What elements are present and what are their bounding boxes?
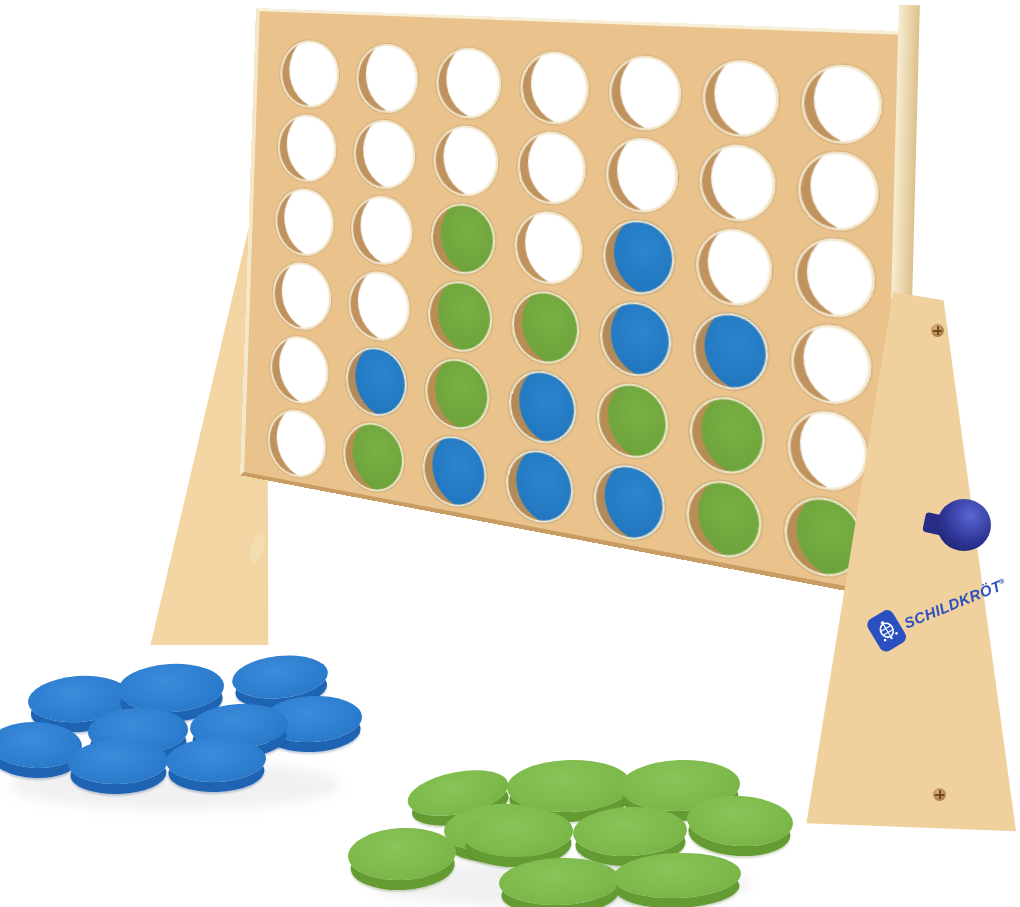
empty-hole-r2c7 [796, 148, 879, 233]
blue-piece-r5c2 [344, 343, 407, 421]
green-piece-r5c6 [688, 391, 766, 478]
green-piece-r3c3 [429, 200, 496, 277]
empty-hole-r5c7 [786, 405, 869, 495]
empty-hole-r2c5 [604, 135, 679, 215]
empty-hole-r1c2 [355, 42, 419, 114]
empty-hole-r2c1 [276, 112, 337, 184]
green-piece-r6c2 [342, 417, 405, 496]
empty-hole-r3c6 [694, 225, 773, 309]
empty-hole-r1c1 [279, 39, 340, 109]
empty-hole-r2c4 [516, 129, 587, 207]
empty-hole-r3c4 [513, 208, 584, 287]
empty-hole-r1c6 [701, 58, 780, 139]
blue-piece-r6c4 [504, 444, 574, 528]
empty-hole-r3c7 [792, 234, 875, 321]
blue-piece-r6c5 [592, 459, 666, 545]
empty-hole-r2c2 [352, 117, 416, 191]
green-piece-r4c4 [510, 287, 580, 368]
empty-hole-r1c5 [607, 54, 682, 132]
empty-hole-r4c1 [271, 259, 331, 333]
blue-piece-r4c5 [598, 297, 672, 380]
blue-piece-r5c4 [507, 366, 577, 448]
empty-hole-r1c7 [799, 62, 883, 145]
empty-hole-r6c1 [266, 405, 326, 482]
connect-four-board [240, 8, 918, 600]
blue-disc [117, 661, 225, 714]
empty-hole-r1c4 [519, 50, 590, 126]
green-piece-r5c5 [595, 378, 669, 463]
blue-piece-r3c5 [601, 216, 675, 298]
registered-mark: ® [998, 577, 1006, 586]
green-piece-r6c6 [684, 474, 762, 563]
empty-hole-r2c3 [432, 123, 499, 199]
empty-hole-r3c1 [274, 185, 335, 258]
screw [933, 788, 946, 801]
board-grid [244, 11, 915, 592]
empty-hole-r4c7 [789, 320, 872, 408]
release-knob [937, 499, 991, 551]
empty-hole-r3c2 [349, 193, 413, 268]
green-disc [572, 805, 688, 858]
blue-piece-r4c6 [691, 308, 770, 394]
screw [931, 324, 944, 337]
product-photo-stage: SCHILDKRÖT® [0, 0, 1020, 907]
green-piece-r5c3 [423, 354, 490, 434]
empty-hole-r5c1 [269, 332, 329, 407]
empty-hole-r1c3 [435, 46, 502, 120]
green-disc [686, 793, 794, 848]
green-piece-r4c3 [426, 277, 493, 355]
blue-piece-r6c3 [421, 430, 488, 511]
empty-hole-r2c6 [697, 142, 776, 224]
empty-hole-r4c2 [347, 268, 411, 344]
